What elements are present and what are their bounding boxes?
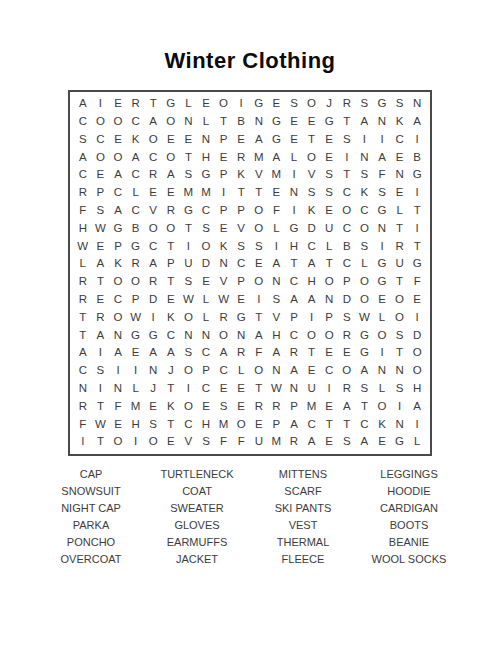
grid-cell: C bbox=[215, 362, 233, 380]
grid-cell: I bbox=[408, 220, 426, 238]
grid-cell: C bbox=[92, 131, 110, 149]
grid-cell: O bbox=[127, 273, 145, 291]
grid-cell: S bbox=[338, 309, 356, 327]
grid-cell: C bbox=[74, 362, 92, 380]
grid-cell: E bbox=[285, 113, 303, 131]
word-list-column-4: LEGGINGSHOODIECARDIGANBOOTSBEANIEWOOL SO… bbox=[358, 466, 460, 568]
grid-cell: P bbox=[92, 184, 110, 202]
grid-cell: P bbox=[162, 255, 180, 273]
grid-cell: L bbox=[268, 220, 286, 238]
grid-cell: P bbox=[268, 415, 286, 433]
grid-cell: O bbox=[109, 148, 127, 166]
grid-cell: P bbox=[285, 309, 303, 327]
grid-cell: I bbox=[373, 131, 391, 149]
grid-cell: I bbox=[92, 95, 110, 113]
grid-cell: O bbox=[391, 309, 409, 327]
grid-cell: E bbox=[391, 184, 409, 202]
grid-cell: I bbox=[391, 398, 409, 416]
grid-cell: R bbox=[74, 291, 92, 309]
grid-cell: C bbox=[162, 326, 180, 344]
grid-cell: A bbox=[356, 362, 374, 380]
grid-cell: W bbox=[92, 415, 110, 433]
grid-cell: E bbox=[215, 148, 233, 166]
grid-cell: I bbox=[180, 380, 198, 398]
grid-cell: K bbox=[391, 113, 409, 131]
grid-cell: R bbox=[232, 148, 250, 166]
grid-cell: S bbox=[356, 237, 374, 255]
word-item: SCARF bbox=[252, 483, 354, 500]
grid-cell: I bbox=[408, 184, 426, 202]
grid-cell: S bbox=[391, 380, 409, 398]
grid-cell: O bbox=[250, 220, 268, 238]
grid-cell: O bbox=[215, 95, 233, 113]
grid-cell: L bbox=[232, 362, 250, 380]
grid-cell: G bbox=[356, 326, 374, 344]
grid-cell: O bbox=[144, 131, 162, 149]
grid-cell: R bbox=[250, 398, 268, 416]
grid-cell: T bbox=[162, 237, 180, 255]
grid-cell: M bbox=[303, 398, 321, 416]
grid-cell: E bbox=[303, 362, 321, 380]
grid-cell: E bbox=[373, 433, 391, 451]
grid-cell: C bbox=[391, 131, 409, 149]
grid-cell: E bbox=[109, 131, 127, 149]
grid-cell: T bbox=[250, 309, 268, 327]
grid-cell: T bbox=[250, 184, 268, 202]
grid-cell: A bbox=[285, 415, 303, 433]
grid-cell: A bbox=[338, 398, 356, 416]
grid-cell: T bbox=[162, 273, 180, 291]
grid-cell: A bbox=[144, 255, 162, 273]
grid-cell: E bbox=[232, 380, 250, 398]
grid-cell: T bbox=[338, 415, 356, 433]
grid-cell: I bbox=[92, 380, 110, 398]
grid-cell: E bbox=[162, 131, 180, 149]
grid-cell: E bbox=[303, 113, 321, 131]
grid-cell: A bbox=[162, 166, 180, 184]
word-item: SNOWSUIT bbox=[40, 483, 142, 500]
word-item: VEST bbox=[252, 517, 354, 534]
grid-cell: H bbox=[285, 237, 303, 255]
grid-cell: E bbox=[197, 273, 215, 291]
grid-cell: E bbox=[391, 148, 409, 166]
grid-cell: J bbox=[320, 95, 338, 113]
grid-cell: A bbox=[109, 166, 127, 184]
grid-cell: T bbox=[144, 95, 162, 113]
grid-cell: R bbox=[144, 273, 162, 291]
word-item: EARMUFFS bbox=[146, 534, 248, 551]
grid-cell: N bbox=[180, 326, 198, 344]
grid-cell: E bbox=[109, 95, 127, 113]
word-item: COAT bbox=[146, 483, 248, 500]
grid-cell: I bbox=[285, 166, 303, 184]
grid-cell: I bbox=[127, 362, 145, 380]
grid-cell: S bbox=[373, 184, 391, 202]
grid-cell: R bbox=[285, 433, 303, 451]
grid-cell: C bbox=[320, 362, 338, 380]
grid-cell: P bbox=[232, 202, 250, 220]
grid-cell: O bbox=[232, 415, 250, 433]
grid-cell: A bbox=[92, 255, 110, 273]
grid-cell: T bbox=[232, 184, 250, 202]
grid-cell: A bbox=[92, 326, 110, 344]
grid-cell: V bbox=[180, 433, 198, 451]
grid-cell: I bbox=[144, 309, 162, 327]
grid-cell: R bbox=[268, 398, 286, 416]
grid-cell: F bbox=[408, 273, 426, 291]
grid-cell: R bbox=[162, 202, 180, 220]
word-item: CARDIGAN bbox=[358, 500, 460, 517]
grid-cell: O bbox=[250, 273, 268, 291]
grid-cell: M bbox=[268, 166, 286, 184]
grid-cell: I bbox=[215, 184, 233, 202]
grid-cell: P bbox=[320, 309, 338, 327]
grid-cell: D bbox=[303, 220, 321, 238]
grid-cell: U bbox=[303, 380, 321, 398]
grid-cell: E bbox=[197, 398, 215, 416]
grid-cell: C bbox=[285, 326, 303, 344]
grid-cell: C bbox=[285, 273, 303, 291]
grid-cell: G bbox=[373, 255, 391, 273]
grid-cell: O bbox=[303, 148, 321, 166]
grid-cell: C bbox=[144, 148, 162, 166]
grid-cell: C bbox=[338, 255, 356, 273]
word-item: SKI PANTS bbox=[252, 500, 354, 517]
grid-cell: R bbox=[144, 166, 162, 184]
grid-cell: M bbox=[197, 184, 215, 202]
grid-cell: I bbox=[92, 344, 110, 362]
grid-cell: E bbox=[320, 433, 338, 451]
grid-cell: A bbox=[127, 148, 145, 166]
grid-cell: I bbox=[285, 202, 303, 220]
grid-cell: E bbox=[408, 291, 426, 309]
grid-cell: I bbox=[373, 344, 391, 362]
grid-cell: O bbox=[250, 202, 268, 220]
grid-cell: A bbox=[373, 148, 391, 166]
grid-cell: E bbox=[320, 148, 338, 166]
grid-cell: I bbox=[180, 237, 198, 255]
grid-cell: L bbox=[180, 95, 198, 113]
grid-cell: T bbox=[162, 415, 180, 433]
grid-cell: F bbox=[215, 433, 233, 451]
grid-cell: S bbox=[92, 362, 110, 380]
grid-cell: S bbox=[92, 202, 110, 220]
grid-cell: N bbox=[215, 255, 233, 273]
grid-cell: K bbox=[162, 398, 180, 416]
grid-cell: E bbox=[197, 95, 215, 113]
grid-cell: A bbox=[215, 344, 233, 362]
grid-cell: V bbox=[215, 273, 233, 291]
grid-cell: I bbox=[250, 291, 268, 309]
grid-cell: V bbox=[268, 309, 286, 327]
grid-cell: I bbox=[338, 148, 356, 166]
grid-cell: C bbox=[232, 255, 250, 273]
grid-cell: N bbox=[356, 148, 374, 166]
grid-cell: I bbox=[232, 95, 250, 113]
word-item: BOOTS bbox=[358, 517, 460, 534]
grid-cell: E bbox=[180, 131, 198, 149]
grid-cell: A bbox=[74, 148, 92, 166]
grid-cell: W bbox=[215, 291, 233, 309]
grid-cell: C bbox=[197, 344, 215, 362]
grid-cell: N bbox=[285, 380, 303, 398]
grid-cell: S bbox=[356, 166, 374, 184]
grid-cell: S bbox=[180, 344, 198, 362]
grid-cell: M bbox=[268, 433, 286, 451]
grid-cell: C bbox=[144, 237, 162, 255]
grid-cell: P bbox=[215, 131, 233, 149]
word-item: NIGHT CAP bbox=[40, 500, 142, 517]
grid-cell: G bbox=[320, 113, 338, 131]
grid-cell: O bbox=[356, 273, 374, 291]
grid-cell: A bbox=[408, 398, 426, 416]
grid-cell: S bbox=[197, 220, 215, 238]
grid-cell: L bbox=[197, 309, 215, 327]
word-item: JACKET bbox=[146, 551, 248, 568]
grid-cell: S bbox=[232, 237, 250, 255]
grid-cell: E bbox=[162, 184, 180, 202]
grid-cell: O bbox=[250, 362, 268, 380]
grid-cell: S bbox=[268, 291, 286, 309]
grid-cell: O bbox=[109, 433, 127, 451]
grid-cell: T bbox=[180, 220, 198, 238]
grid-cell: A bbox=[303, 291, 321, 309]
grid-cell: S bbox=[250, 237, 268, 255]
grid-cell: O bbox=[408, 344, 426, 362]
word-list-column-1: CAPSNOWSUITNIGHT CAPPARKAPONCHOOVERCOAT bbox=[40, 466, 142, 568]
grid-cell: N bbox=[373, 362, 391, 380]
word-item: SWEATER bbox=[146, 500, 248, 517]
grid-cell: T bbox=[303, 344, 321, 362]
grid-cell: T bbox=[92, 433, 110, 451]
grid-cell: C bbox=[180, 415, 198, 433]
grid-cell: K bbox=[127, 131, 145, 149]
grid-cell: G bbox=[391, 433, 409, 451]
grid-cell: L bbox=[197, 113, 215, 131]
grid-cell: S bbox=[338, 433, 356, 451]
grid-cell: S bbox=[338, 131, 356, 149]
grid-cell: P bbox=[197, 362, 215, 380]
grid-cell: M bbox=[215, 415, 233, 433]
grid-cell: N bbox=[391, 166, 409, 184]
grid-cell: W bbox=[268, 380, 286, 398]
grid-cell: L bbox=[127, 380, 145, 398]
grid-cell: G bbox=[127, 237, 145, 255]
grid-cell: O bbox=[109, 309, 127, 327]
grid-cell: V bbox=[303, 166, 321, 184]
grid-cell: N bbox=[408, 95, 426, 113]
grid-cell: S bbox=[74, 131, 92, 149]
grid-cell: P bbox=[232, 273, 250, 291]
grid-cell: C bbox=[127, 113, 145, 131]
grid-cell: H bbox=[127, 415, 145, 433]
grid-cell: A bbox=[285, 362, 303, 380]
grid-cell: E bbox=[320, 398, 338, 416]
grid-cell: L bbox=[408, 433, 426, 451]
grid-cell: T bbox=[74, 326, 92, 344]
grid-cell: I bbox=[109, 362, 127, 380]
grid-cell: S bbox=[180, 273, 198, 291]
grid-cell: O bbox=[338, 362, 356, 380]
grid-cell: I bbox=[408, 415, 426, 433]
grid-cell: C bbox=[338, 220, 356, 238]
puzzle-title: Winter Clothing bbox=[0, 48, 500, 74]
word-item: FLEECE bbox=[252, 551, 354, 568]
grid-cell: O bbox=[373, 398, 391, 416]
grid-cell: N bbox=[373, 113, 391, 131]
grid-cell: R bbox=[285, 344, 303, 362]
grid-cell: H bbox=[303, 273, 321, 291]
word-item: PONCHO bbox=[40, 534, 142, 551]
grid-cell: E bbox=[144, 184, 162, 202]
grid-cell: B bbox=[338, 237, 356, 255]
grid-cell: R bbox=[338, 95, 356, 113]
grid-cell: W bbox=[74, 237, 92, 255]
grid-cell: E bbox=[162, 433, 180, 451]
grid-cell: V bbox=[250, 166, 268, 184]
grid-cell: G bbox=[285, 220, 303, 238]
grid-cell: I bbox=[268, 237, 286, 255]
grid-cell: L bbox=[197, 291, 215, 309]
grid-cell: S bbox=[356, 95, 374, 113]
grid-cell: D bbox=[338, 291, 356, 309]
grid-cell: P bbox=[338, 273, 356, 291]
grid-cell: C bbox=[303, 415, 321, 433]
grid-cell: J bbox=[162, 362, 180, 380]
grid-cell: P bbox=[127, 291, 145, 309]
grid-cell: G bbox=[144, 326, 162, 344]
grid-cell: C bbox=[303, 237, 321, 255]
grid-cell: N bbox=[373, 220, 391, 238]
grid-cell: T bbox=[303, 131, 321, 149]
grid-cell: W bbox=[356, 309, 374, 327]
grid-cell: M bbox=[127, 398, 145, 416]
grid-cell: R bbox=[338, 326, 356, 344]
grid-cell: W bbox=[92, 220, 110, 238]
grid-cell: A bbox=[356, 113, 374, 131]
grid-cell: O bbox=[144, 433, 162, 451]
grid-cell: E bbox=[92, 237, 110, 255]
grid-cell: A bbox=[74, 95, 92, 113]
grid-cell: U bbox=[320, 220, 338, 238]
grid-cell: B bbox=[408, 148, 426, 166]
grid-cell: V bbox=[232, 220, 250, 238]
grid-cell: A bbox=[144, 344, 162, 362]
grid-cell: L bbox=[285, 148, 303, 166]
grid-cell: G bbox=[268, 113, 286, 131]
grid-cell: E bbox=[127, 344, 145, 362]
grid-cell: G bbox=[232, 309, 250, 327]
grid-cell: N bbox=[268, 362, 286, 380]
grid-cell: A bbox=[109, 202, 127, 220]
grid-cell: S bbox=[320, 166, 338, 184]
grid-cell: I bbox=[408, 309, 426, 327]
grid-cell: I bbox=[320, 380, 338, 398]
grid-cell: C bbox=[197, 202, 215, 220]
grid-cell: A bbox=[285, 291, 303, 309]
grid-cell: A bbox=[250, 326, 268, 344]
grid-cell: R bbox=[215, 309, 233, 327]
word-item: MITTENS bbox=[252, 466, 354, 483]
grid-cell: G bbox=[408, 166, 426, 184]
word-item: TURTLENECK bbox=[146, 466, 248, 483]
grid-cell: C bbox=[127, 202, 145, 220]
grid-cell: I bbox=[127, 433, 145, 451]
grid-cell: S bbox=[180, 166, 198, 184]
grid-cell: C bbox=[338, 184, 356, 202]
grid-cell: S bbox=[320, 184, 338, 202]
grid-cell: T bbox=[250, 380, 268, 398]
grid-cell: E bbox=[232, 398, 250, 416]
grid-cell: F bbox=[250, 344, 268, 362]
word-list: CAPSNOWSUITNIGHT CAPPARKAPONCHOOVERCOAT … bbox=[40, 466, 460, 568]
word-item: OVERCOAT bbox=[40, 551, 142, 568]
grid-cell: S bbox=[391, 326, 409, 344]
grid-cell: A bbox=[109, 344, 127, 362]
grid-cell: N bbox=[180, 113, 198, 131]
grid-cell: C bbox=[109, 184, 127, 202]
grid-cell: G bbox=[408, 255, 426, 273]
grid-cell: G bbox=[162, 95, 180, 113]
grid-cell: N bbox=[268, 273, 286, 291]
word-item: GLOVES bbox=[146, 517, 248, 534]
grid-cell: K bbox=[303, 202, 321, 220]
grid-cell: S bbox=[197, 433, 215, 451]
grid-cell: N bbox=[285, 184, 303, 202]
grid-cell: E bbox=[338, 344, 356, 362]
grid-cell: E bbox=[109, 415, 127, 433]
grid-cell: F bbox=[109, 398, 127, 416]
grid-cell: I bbox=[303, 309, 321, 327]
grid-cell: G bbox=[356, 344, 374, 362]
grid-cell: A bbox=[408, 113, 426, 131]
grid-cell: H bbox=[268, 326, 286, 344]
grid-cell: O bbox=[180, 398, 198, 416]
grid-cell: O bbox=[303, 95, 321, 113]
grid-cell: T bbox=[391, 273, 409, 291]
grid-cell: B bbox=[127, 220, 145, 238]
grid-cell: E bbox=[320, 131, 338, 149]
grid-cell: S bbox=[215, 398, 233, 416]
grid-cell: A bbox=[268, 344, 286, 362]
grid-cell: G bbox=[180, 202, 198, 220]
grid-cell: O bbox=[180, 309, 198, 327]
grid-cell: D bbox=[197, 255, 215, 273]
grid-cell: R bbox=[127, 95, 145, 113]
grid-cell: K bbox=[356, 184, 374, 202]
grid-cell: O bbox=[92, 113, 110, 131]
grid-cell: I bbox=[408, 131, 426, 149]
grid-cell: K bbox=[373, 415, 391, 433]
grid-cell: P bbox=[215, 202, 233, 220]
grid-cell: E bbox=[144, 398, 162, 416]
grid-cell: G bbox=[197, 166, 215, 184]
grid-cell: A bbox=[303, 433, 321, 451]
grid-cell: E bbox=[92, 291, 110, 309]
grid-cell: E bbox=[285, 131, 303, 149]
grid-cell: S bbox=[144, 415, 162, 433]
grid-cell: G bbox=[373, 95, 391, 113]
word-search-grid: AIERTGLEOIGESOJRSGSNCOOCAONLTBNGEEGTANKA… bbox=[68, 90, 432, 456]
grid-cell: N bbox=[391, 415, 409, 433]
grid-cell: L bbox=[320, 237, 338, 255]
grid-cell: M bbox=[250, 148, 268, 166]
grid-cell: F bbox=[74, 415, 92, 433]
grid-cell: E bbox=[268, 184, 286, 202]
grid-cell: O bbox=[408, 362, 426, 380]
grid-cell: C bbox=[127, 166, 145, 184]
grid-cell: S bbox=[285, 95, 303, 113]
